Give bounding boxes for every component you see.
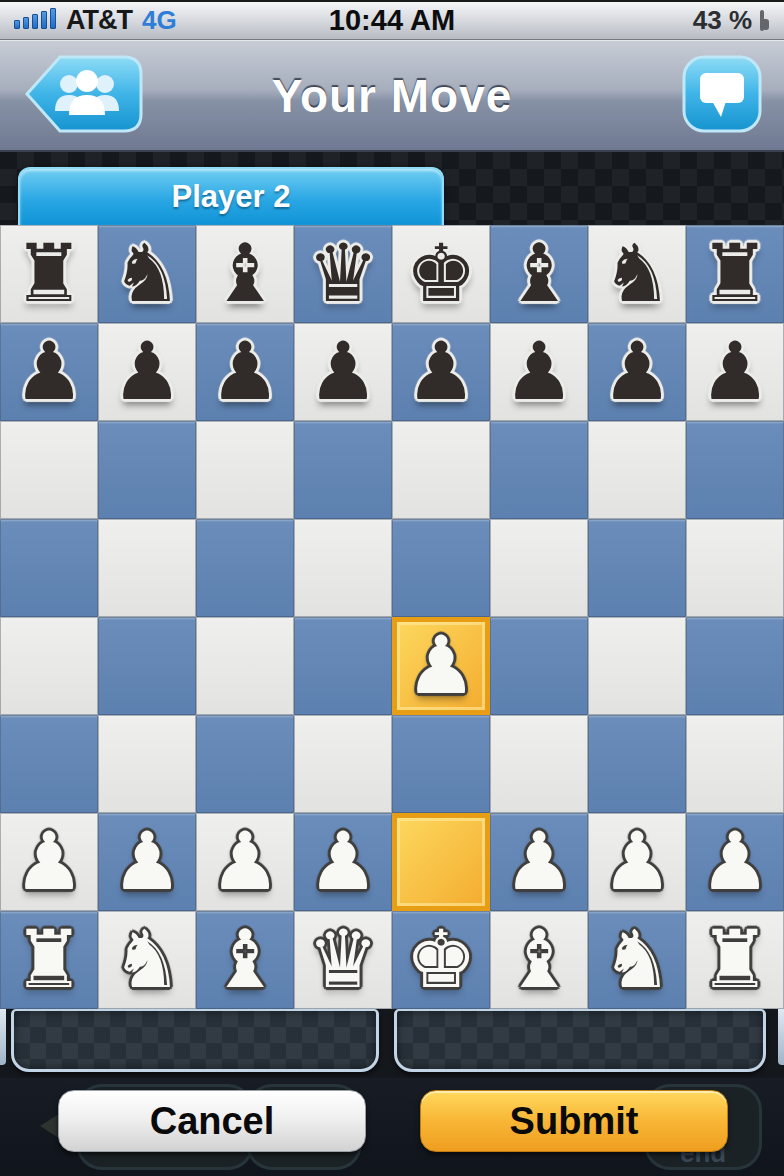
square-e2[interactable] (392, 813, 490, 911)
square-d4[interactable] (294, 617, 392, 715)
white-pawn: ♟ (405, 617, 477, 715)
square-h2[interactable]: ♟ (686, 813, 784, 911)
square-b7[interactable]: ♟ (98, 323, 196, 421)
white-knight: ♞ (111, 911, 183, 1009)
square-h8[interactable]: ♜ (686, 225, 784, 323)
square-c8[interactable]: ♝ (196, 225, 294, 323)
signal-bars-icon (14, 8, 56, 36)
captured-pieces-tray-white (11, 1009, 379, 1072)
battery-icon (760, 10, 764, 31)
tab-band: Player 2 (0, 152, 784, 225)
square-d3[interactable] (294, 715, 392, 813)
black-pawn: ♟ (13, 323, 85, 421)
white-pawn: ♟ (699, 813, 771, 911)
square-e4[interactable]: ♟ (392, 617, 490, 715)
square-e3[interactable] (392, 715, 490, 813)
square-f7[interactable]: ♟ (490, 323, 588, 421)
white-pawn: ♟ (209, 813, 281, 911)
black-knight: ♞ (601, 225, 673, 323)
square-c3[interactable] (196, 715, 294, 813)
square-d5[interactable] (294, 519, 392, 617)
square-a3[interactable] (0, 715, 98, 813)
white-rook: ♜ (699, 911, 771, 1009)
nav-header: Your Move (0, 40, 784, 152)
square-h3[interactable] (686, 715, 784, 813)
square-e1[interactable]: ♚ (392, 911, 490, 1009)
black-rook: ♜ (13, 225, 85, 323)
black-pawn: ♟ (209, 323, 281, 421)
black-pawn: ♟ (699, 323, 771, 421)
square-d1[interactable]: ♛ (294, 911, 392, 1009)
square-g7[interactable]: ♟ (588, 323, 686, 421)
chess-board: ♜♞♝♛♚♝♞♜♟♟♟♟♟♟♟♟♟♟♟♟♟♟♟♟♜♞♝♛♚♝♞♜ (0, 225, 784, 1009)
square-a8[interactable]: ♜ (0, 225, 98, 323)
white-pawn: ♟ (111, 813, 183, 911)
back-players-button[interactable] (22, 53, 146, 139)
cancel-button[interactable]: Cancel (58, 1090, 366, 1152)
square-g3[interactable] (588, 715, 686, 813)
white-bishop: ♝ (503, 911, 575, 1009)
network-label: 4G (142, 5, 177, 36)
carrier-label: AT&T (66, 5, 132, 36)
white-pawn: ♟ (13, 813, 85, 911)
square-d2[interactable]: ♟ (294, 813, 392, 911)
square-d7[interactable]: ♟ (294, 323, 392, 421)
square-g6[interactable] (588, 421, 686, 519)
square-a5[interactable] (0, 519, 98, 617)
black-bishop: ♝ (209, 225, 281, 323)
square-f5[interactable] (490, 519, 588, 617)
capture-tray-row (0, 1009, 784, 1078)
square-d6[interactable] (294, 421, 392, 519)
square-c6[interactable] (196, 421, 294, 519)
players-group-icon (22, 53, 146, 135)
square-d8[interactable]: ♛ (294, 225, 392, 323)
white-pawn: ♟ (307, 813, 379, 911)
square-h1[interactable]: ♜ (686, 911, 784, 1009)
square-g1[interactable]: ♞ (588, 911, 686, 1009)
square-a1[interactable]: ♜ (0, 911, 98, 1009)
square-f3[interactable] (490, 715, 588, 813)
white-pawn: ♟ (601, 813, 673, 911)
square-g5[interactable] (588, 519, 686, 617)
square-b6[interactable] (98, 421, 196, 519)
white-king: ♚ (405, 911, 477, 1009)
square-b3[interactable] (98, 715, 196, 813)
square-f8[interactable]: ♝ (490, 225, 588, 323)
bottom-action-bar: end Cancel Submit (0, 1078, 784, 1176)
square-e7[interactable]: ♟ (392, 323, 490, 421)
white-knight: ♞ (601, 911, 673, 1009)
status-bar: AT&T 4G 10:44 AM 43 % (0, 0, 784, 40)
square-h6[interactable] (686, 421, 784, 519)
square-a4[interactable] (0, 617, 98, 715)
black-king: ♚ (405, 225, 477, 323)
square-a6[interactable] (0, 421, 98, 519)
square-b1[interactable]: ♞ (98, 911, 196, 1009)
battery-percent: 43 % (693, 5, 752, 36)
black-pawn: ♟ (307, 323, 379, 421)
square-c7[interactable]: ♟ (196, 323, 294, 421)
square-h7[interactable]: ♟ (686, 323, 784, 421)
square-e8[interactable]: ♚ (392, 225, 490, 323)
square-f6[interactable] (490, 421, 588, 519)
square-f2[interactable]: ♟ (490, 813, 588, 911)
tray-frame-left (0, 1009, 6, 1065)
chat-button[interactable] (682, 55, 762, 137)
white-queen: ♛ (307, 911, 379, 1009)
square-a7[interactable]: ♟ (0, 323, 98, 421)
square-f1[interactable]: ♝ (490, 911, 588, 1009)
black-pawn: ♟ (601, 323, 673, 421)
opponent-tab[interactable]: Player 2 (18, 167, 444, 225)
square-g8[interactable]: ♞ (588, 225, 686, 323)
opponent-name: Player 2 (172, 179, 291, 215)
black-pawn: ♟ (405, 323, 477, 421)
black-queen: ♛ (307, 225, 379, 323)
chat-bubble-icon (682, 55, 762, 133)
square-e6[interactable] (392, 421, 490, 519)
black-rook: ♜ (699, 225, 771, 323)
square-f4[interactable] (490, 617, 588, 715)
square-b4[interactable] (98, 617, 196, 715)
white-bishop: ♝ (209, 911, 281, 1009)
white-rook: ♜ (13, 911, 85, 1009)
square-e5[interactable] (392, 519, 490, 617)
square-h5[interactable] (686, 519, 784, 617)
black-bishop: ♝ (503, 225, 575, 323)
square-c4[interactable] (196, 617, 294, 715)
black-pawn: ♟ (503, 323, 575, 421)
square-h4[interactable] (686, 617, 784, 715)
square-b5[interactable] (98, 519, 196, 617)
black-knight: ♞ (111, 225, 183, 323)
square-b8[interactable]: ♞ (98, 225, 196, 323)
square-c2[interactable]: ♟ (196, 813, 294, 911)
captured-pieces-tray-black (394, 1009, 766, 1072)
square-c5[interactable] (196, 519, 294, 617)
submit-button[interactable]: Submit (420, 1090, 728, 1152)
white-pawn: ♟ (503, 813, 575, 911)
square-g4[interactable] (588, 617, 686, 715)
tray-frame-right (778, 1009, 784, 1065)
black-pawn: ♟ (111, 323, 183, 421)
square-c1[interactable]: ♝ (196, 911, 294, 1009)
clock: 10:44 AM (264, 4, 520, 37)
square-g2[interactable]: ♟ (588, 813, 686, 911)
square-b2[interactable]: ♟ (98, 813, 196, 911)
app-screen: AT&T 4G 10:44 AM 43 % Your Move (0, 0, 784, 1176)
square-a2[interactable]: ♟ (0, 813, 98, 911)
